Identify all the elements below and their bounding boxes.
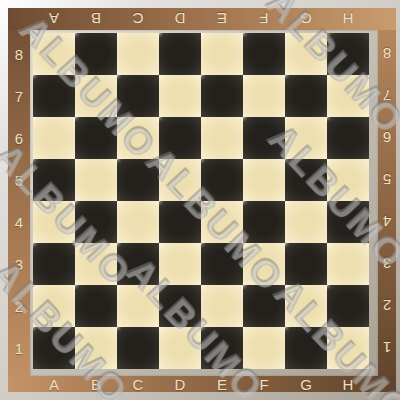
rank-label-left-1: 1 <box>8 327 30 369</box>
rank-label-left-6: 6 <box>8 117 30 159</box>
square-a3[interactable] <box>33 243 75 285</box>
square-f3[interactable] <box>243 243 285 285</box>
rank-label-right-5: 5 <box>378 159 396 201</box>
file-label-top-a: A <box>33 8 75 30</box>
rank-label-right-7: 7 <box>378 75 396 117</box>
file-label-bottom-b: B <box>75 376 117 392</box>
rank-label-right-4: 4 <box>378 201 396 243</box>
file-label-bottom-h: H <box>327 376 369 392</box>
square-a1[interactable] <box>33 327 75 369</box>
square-a2[interactable] <box>33 285 75 327</box>
square-c8[interactable] <box>117 33 159 75</box>
square-g4[interactable] <box>285 201 327 243</box>
square-h6[interactable] <box>327 117 369 159</box>
rank-label-right-1: 1 <box>378 327 396 369</box>
file-labels-bottom: ABCDEFGH <box>33 376 369 392</box>
square-e4[interactable] <box>201 201 243 243</box>
square-b5[interactable] <box>75 159 117 201</box>
rank-label-left-2: 2 <box>8 285 30 327</box>
square-a7[interactable] <box>33 75 75 117</box>
square-e2[interactable] <box>201 285 243 327</box>
square-d4[interactable] <box>159 201 201 243</box>
square-b1[interactable] <box>75 327 117 369</box>
rank-label-left-5: 5 <box>8 159 30 201</box>
square-a6[interactable] <box>33 117 75 159</box>
rank-label-left-8: 8 <box>8 33 30 75</box>
square-e6[interactable] <box>201 117 243 159</box>
file-label-top-g: G <box>285 8 327 30</box>
file-label-top-h: H <box>327 8 369 30</box>
file-label-bottom-f: F <box>243 376 285 392</box>
square-d2[interactable] <box>159 285 201 327</box>
square-f8[interactable] <box>243 33 285 75</box>
file-label-bottom-c: C <box>117 376 159 392</box>
rank-label-left-7: 7 <box>8 75 30 117</box>
square-c6[interactable] <box>117 117 159 159</box>
square-f2[interactable] <box>243 285 285 327</box>
file-labels-top: ABCDEFGH <box>33 8 369 30</box>
square-c7[interactable] <box>117 75 159 117</box>
rank-label-right-6: 6 <box>378 117 396 159</box>
square-d1[interactable] <box>159 327 201 369</box>
square-h1[interactable] <box>327 327 369 369</box>
square-b2[interactable] <box>75 285 117 327</box>
rank-label-right-3: 3 <box>378 243 396 285</box>
square-h2[interactable] <box>327 285 369 327</box>
chessboard: ABCDEFGH ABCDEFGH 87654321 87654321 ALBU… <box>0 0 400 400</box>
square-h8[interactable] <box>327 33 369 75</box>
square-e7[interactable] <box>201 75 243 117</box>
file-label-top-b: B <box>75 8 117 30</box>
square-g7[interactable] <box>285 75 327 117</box>
square-d3[interactable] <box>159 243 201 285</box>
square-g8[interactable] <box>285 33 327 75</box>
file-label-bottom-e: E <box>201 376 243 392</box>
square-e5[interactable] <box>201 159 243 201</box>
square-a8[interactable] <box>33 33 75 75</box>
square-f6[interactable] <box>243 117 285 159</box>
square-c5[interactable] <box>117 159 159 201</box>
file-label-top-e: E <box>201 8 243 30</box>
square-a4[interactable] <box>33 201 75 243</box>
square-c2[interactable] <box>117 285 159 327</box>
square-a5[interactable] <box>33 159 75 201</box>
square-g5[interactable] <box>285 159 327 201</box>
file-label-top-d: D <box>159 8 201 30</box>
file-label-bottom-d: D <box>159 376 201 392</box>
rank-label-right-2: 2 <box>378 285 396 327</box>
rank-labels-right: 87654321 <box>378 33 396 369</box>
square-f5[interactable] <box>243 159 285 201</box>
board <box>33 33 369 369</box>
square-b3[interactable] <box>75 243 117 285</box>
square-e3[interactable] <box>201 243 243 285</box>
square-d5[interactable] <box>159 159 201 201</box>
file-label-top-c: C <box>117 8 159 30</box>
square-c4[interactable] <box>117 201 159 243</box>
square-b7[interactable] <box>75 75 117 117</box>
square-d8[interactable] <box>159 33 201 75</box>
file-label-bottom-a: A <box>33 376 75 392</box>
file-label-bottom-g: G <box>285 376 327 392</box>
rank-label-right-8: 8 <box>378 33 396 75</box>
rank-label-left-4: 4 <box>8 201 30 243</box>
square-c3[interactable] <box>117 243 159 285</box>
square-h7[interactable] <box>327 75 369 117</box>
square-g2[interactable] <box>285 285 327 327</box>
rank-labels-left: 87654321 <box>8 33 30 369</box>
square-e8[interactable] <box>201 33 243 75</box>
square-f4[interactable] <box>243 201 285 243</box>
square-d7[interactable] <box>159 75 201 117</box>
square-h5[interactable] <box>327 159 369 201</box>
file-label-top-f: F <box>243 8 285 30</box>
square-h3[interactable] <box>327 243 369 285</box>
square-c1[interactable] <box>117 327 159 369</box>
square-b6[interactable] <box>75 117 117 159</box>
square-h4[interactable] <box>327 201 369 243</box>
square-b8[interactable] <box>75 33 117 75</box>
square-g3[interactable] <box>285 243 327 285</box>
square-f7[interactable] <box>243 75 285 117</box>
square-g1[interactable] <box>285 327 327 369</box>
square-b4[interactable] <box>75 201 117 243</box>
rank-label-left-3: 3 <box>8 243 30 285</box>
square-e1[interactable] <box>201 327 243 369</box>
square-d6[interactable] <box>159 117 201 159</box>
square-f1[interactable] <box>243 327 285 369</box>
square-g6[interactable] <box>285 117 327 159</box>
